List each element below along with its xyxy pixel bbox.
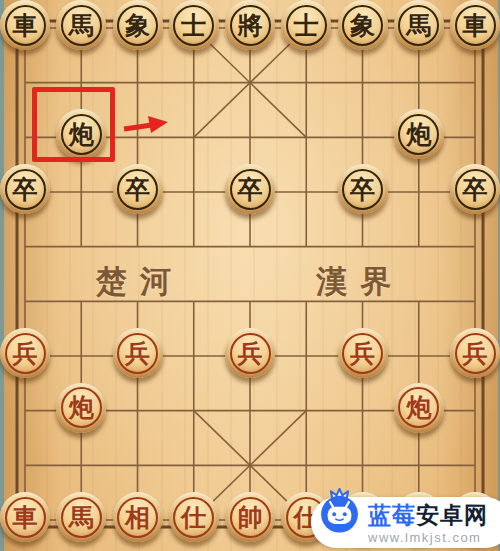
piece-red-炮-c1r7[interactable]: 炮 — [56, 383, 106, 433]
piece-character: 卒 — [455, 169, 496, 210]
piece-character: 相 — [117, 497, 158, 538]
piece-character: 車 — [5, 497, 46, 538]
piece-red-帥-c4r9[interactable]: 帥 — [225, 492, 275, 542]
piece-character: 卒 — [5, 169, 46, 210]
piece-character: 炮 — [61, 387, 102, 428]
piece-black-將-c4r0[interactable]: 將 — [225, 0, 275, 50]
piece-black-卒-c4r3[interactable]: 卒 — [225, 164, 275, 214]
watermark-text: 蓝莓安卓网 www.lmkjst.com — [368, 504, 488, 544]
piece-character: 象 — [117, 5, 158, 46]
piece-character: 馬 — [61, 5, 102, 46]
piece-character: 士 — [173, 5, 214, 46]
piece-character: 馬 — [398, 5, 439, 46]
piece-character: 兵 — [230, 333, 271, 374]
piece-red-相-c2r9[interactable]: 相 — [113, 492, 163, 542]
piece-red-仕-c3r9[interactable]: 仕 — [169, 492, 219, 542]
piece-character: 象 — [342, 5, 383, 46]
piece-red-馬-c1r9[interactable]: 馬 — [56, 492, 106, 542]
piece-character: 炮 — [398, 387, 439, 428]
piece-black-炮-c7r2[interactable]: 炮 — [394, 109, 444, 159]
piece-red-兵-c2r6[interactable]: 兵 — [113, 328, 163, 378]
piece-black-車-c8r0[interactable]: 車 — [450, 0, 500, 50]
piece-character: 兵 — [117, 333, 158, 374]
river-label-right: 漢界 — [316, 261, 404, 303]
piece-character: 卒 — [230, 169, 271, 210]
piece-character: 車 — [5, 5, 46, 46]
board-grid — [0, 0, 500, 551]
piece-red-兵-c0r6[interactable]: 兵 — [0, 328, 50, 378]
piece-red-兵-c6r6[interactable]: 兵 — [338, 328, 388, 378]
piece-character: 將 — [230, 5, 271, 46]
piece-red-車-c0r9[interactable]: 車 — [0, 492, 50, 542]
piece-character: 卒 — [117, 169, 158, 210]
tutorial-highlight-box — [32, 87, 115, 162]
piece-black-象-c2r0[interactable]: 象 — [113, 0, 163, 50]
xiangqi-board-screen: 楚河 漢界 車馬象士將士象馬車炮炮卒卒卒卒卒兵兵兵兵兵炮炮車馬相仕帥仕相馬車 蓝… — [0, 0, 500, 551]
piece-character: 兵 — [342, 333, 383, 374]
piece-black-象-c6r0[interactable]: 象 — [338, 0, 388, 50]
piece-character: 兵 — [5, 333, 46, 374]
watermark-site-name-blue: 蓝莓 — [368, 502, 416, 528]
piece-red-炮-c7r7[interactable]: 炮 — [394, 383, 444, 433]
piece-character: 帥 — [230, 497, 271, 538]
piece-black-卒-c2r3[interactable]: 卒 — [113, 164, 163, 214]
piece-red-兵-c4r6[interactable]: 兵 — [225, 328, 275, 378]
river-label-left: 楚河 — [96, 261, 184, 303]
piece-black-馬-c7r0[interactable]: 馬 — [394, 0, 444, 50]
piece-black-馬-c1r0[interactable]: 馬 — [56, 0, 106, 50]
watermark-banner[interactable]: 蓝莓安卓网 www.lmkjst.com — [311, 497, 500, 548]
piece-character: 兵 — [455, 333, 496, 374]
piece-black-卒-c8r3[interactable]: 卒 — [450, 164, 500, 214]
piece-character: 車 — [455, 5, 496, 46]
piece-character: 炮 — [398, 114, 439, 155]
piece-black-士-c3r0[interactable]: 士 — [169, 0, 219, 50]
move-hint-arrow-icon — [120, 112, 172, 140]
piece-black-卒-c6r3[interactable]: 卒 — [338, 164, 388, 214]
piece-character: 卒 — [342, 169, 383, 210]
piece-character: 仕 — [173, 497, 214, 538]
watermark-site-name-dark: 安卓网 — [416, 502, 488, 528]
watermark-url: www.lmkjst.com — [368, 531, 488, 544]
piece-black-士-c5r0[interactable]: 士 — [281, 0, 331, 50]
piece-character: 馬 — [61, 497, 102, 538]
piece-black-卒-c0r3[interactable]: 卒 — [0, 164, 50, 214]
piece-red-兵-c8r6[interactable]: 兵 — [450, 328, 500, 378]
piece-black-車-c0r0[interactable]: 車 — [0, 0, 50, 50]
piece-character: 士 — [286, 5, 327, 46]
watermark-site-name: 蓝莓安卓网 — [368, 504, 488, 527]
blueberry-android-logo-icon — [317, 488, 362, 533]
